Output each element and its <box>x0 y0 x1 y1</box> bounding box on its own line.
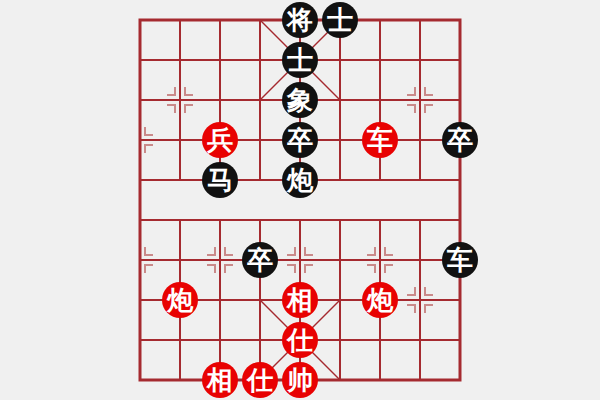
board-point: 炮 <box>280 160 320 200</box>
piece-black-advisor[interactable]: 士 <box>322 2 358 38</box>
board-point: 仕 <box>280 320 320 360</box>
board-point: 车 <box>360 120 400 160</box>
piece-black-general[interactable]: 将 <box>282 2 318 38</box>
piece-red-advisor[interactable]: 仕 <box>242 362 278 398</box>
piece-red-elephant[interactable]: 相 <box>202 362 238 398</box>
board-point: 象 <box>280 80 320 120</box>
piece-red-soldier[interactable]: 兵 <box>202 122 238 158</box>
piece-red-chariot[interactable]: 车 <box>362 122 398 158</box>
xiangqi-screen: 将士士象兵卒车卒马炮卒车炮相炮仕相仕帅 <box>0 0 600 400</box>
piece-black-soldier[interactable]: 卒 <box>242 242 278 278</box>
piece-red-general[interactable]: 帅 <box>282 362 318 398</box>
piece-black-soldier[interactable]: 卒 <box>282 122 318 158</box>
board-point: 将 <box>280 0 320 40</box>
piece-red-elephant[interactable]: 相 <box>282 282 318 318</box>
board-point: 仕 <box>240 360 280 400</box>
piece-black-elephant[interactable]: 象 <box>282 82 318 118</box>
piece-black-soldier[interactable]: 卒 <box>442 122 478 158</box>
board-point: 相 <box>200 360 240 400</box>
piece-red-cannon[interactable]: 炮 <box>362 282 398 318</box>
piece-black-cannon[interactable]: 炮 <box>282 162 318 198</box>
board-point: 马 <box>200 160 240 200</box>
board-point: 帅 <box>280 360 320 400</box>
xiangqi-board[interactable]: 将士士象兵卒车卒马炮卒车炮相炮仕相仕帅 <box>120 0 480 400</box>
board-point: 卒 <box>240 240 280 280</box>
piece-black-advisor[interactable]: 士 <box>282 42 318 78</box>
board-point: 车 <box>440 240 480 280</box>
piece-black-horse[interactable]: 马 <box>202 162 238 198</box>
board-point: 相 <box>280 280 320 320</box>
board-point: 卒 <box>440 120 480 160</box>
board-point: 士 <box>320 0 360 40</box>
piece-black-chariot[interactable]: 车 <box>442 242 478 278</box>
piece-red-cannon[interactable]: 炮 <box>162 282 198 318</box>
board-point: 兵 <box>200 120 240 160</box>
board-point: 炮 <box>160 280 200 320</box>
piece-red-advisor[interactable]: 仕 <box>282 322 318 358</box>
board-point: 卒 <box>280 120 320 160</box>
board-point: 炮 <box>360 280 400 320</box>
board-point: 士 <box>280 40 320 80</box>
